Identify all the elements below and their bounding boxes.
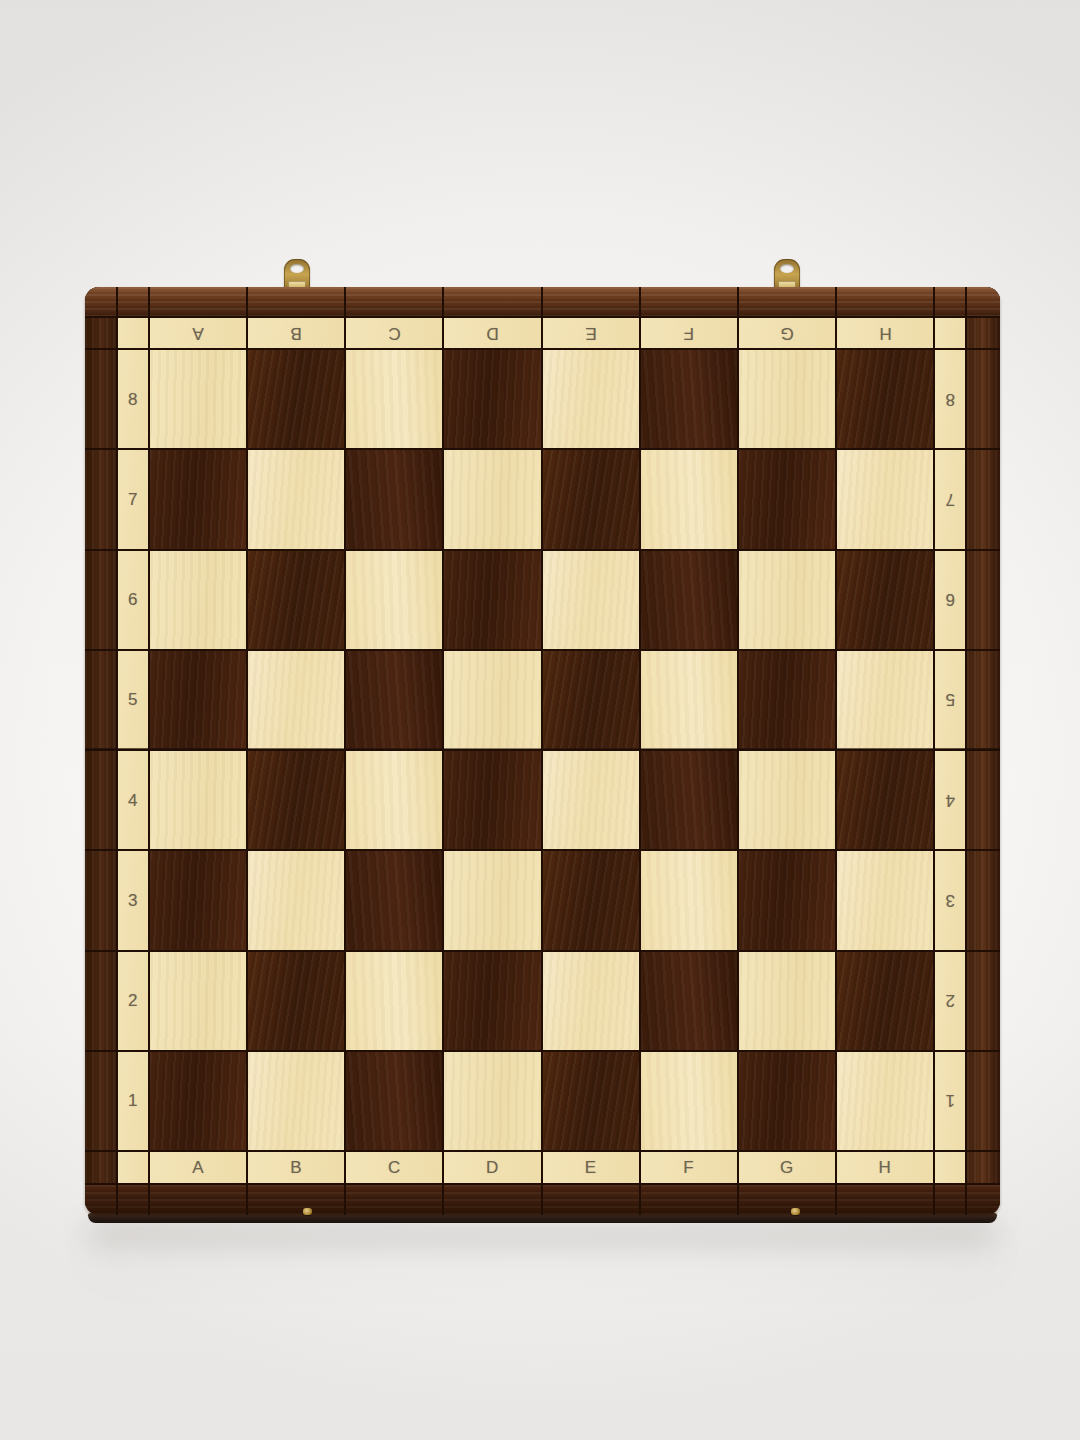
file-label-bottom-b-text: B: [290, 1159, 302, 1176]
file-label-top-f: F: [641, 318, 737, 348]
frame-cell: [85, 551, 116, 649]
square-d2: [444, 952, 540, 1050]
square-g8: [739, 350, 835, 448]
file-label-bottom-b: B: [248, 1152, 344, 1183]
frame-cell: [837, 287, 933, 316]
file-label-top-b-text: B: [290, 325, 302, 342]
fold-seam: [85, 748, 1000, 751]
rank-label-right-1: 1: [935, 1052, 965, 1150]
square-f5: [641, 651, 737, 749]
square-c8: [346, 350, 442, 448]
file-label-top-h-text: H: [879, 325, 892, 342]
frame-cell: [150, 1185, 246, 1215]
frame-cell: [967, 751, 1000, 849]
brass-pin-icon: [791, 1208, 800, 1215]
file-label-bottom-d-text: D: [486, 1159, 499, 1176]
rank-label-left-8: 8: [118, 350, 148, 448]
square-a8: [150, 350, 246, 448]
square-g1: [739, 1052, 835, 1150]
file-label-bottom-e: E: [543, 1152, 639, 1183]
rank-label-right-7: 7: [935, 450, 965, 548]
file-label-bottom-e-text: E: [585, 1159, 597, 1176]
file-label-top-c-text: C: [388, 325, 401, 342]
square-d7: [444, 450, 540, 548]
rank-label-right-1-text: 1: [945, 1092, 955, 1109]
brass-pin-icon: [303, 1208, 312, 1215]
file-label-top-e-text: E: [585, 325, 597, 342]
file-label-bottom-f: F: [641, 1152, 737, 1183]
rank-label-right-2: 2: [935, 952, 965, 1050]
frame-cell: [85, 952, 116, 1050]
square-d1: [444, 1052, 540, 1150]
rank-label-right-6-text: 6: [945, 591, 955, 608]
frame-cell: [85, 751, 116, 849]
rank-label-left-8-text: 8: [128, 391, 138, 408]
rank-label-left-7: 7: [118, 450, 148, 548]
square-h8: [837, 350, 933, 448]
square-f1: [641, 1052, 737, 1150]
square-c2: [346, 952, 442, 1050]
square-a4: [150, 751, 246, 849]
frame-cell: [248, 1185, 344, 1215]
frame-cell: [739, 287, 835, 316]
file-label-bottom-g-text: G: [780, 1159, 794, 1176]
file-label-bottom-h-text: H: [879, 1159, 892, 1176]
label-corner-cell: [935, 318, 965, 348]
file-label-top-h: H: [837, 318, 933, 348]
square-h1: [837, 1052, 933, 1150]
rank-label-right-8-text: 8: [945, 391, 955, 408]
square-h5: [837, 651, 933, 749]
frame-cell: [967, 287, 1000, 316]
file-label-top-d: D: [444, 318, 540, 348]
file-label-top-d-text: D: [486, 325, 499, 342]
square-a3: [150, 851, 246, 949]
file-label-bottom-c-text: C: [388, 1159, 401, 1176]
square-g3: [739, 851, 835, 949]
square-g7: [739, 450, 835, 548]
file-label-bottom-d: D: [444, 1152, 540, 1183]
frame-cell: [967, 651, 1000, 749]
rank-label-right-4-text: 4: [945, 792, 955, 809]
frame-cell: [150, 287, 246, 316]
frame-cell: [118, 287, 148, 316]
file-label-bottom-a-text: A: [192, 1159, 204, 1176]
frame-cell: [739, 1185, 835, 1215]
rank-label-right-7-text: 7: [945, 491, 955, 508]
square-f4: [641, 751, 737, 849]
square-a5: [150, 651, 246, 749]
square-d4: [444, 751, 540, 849]
frame-cell: [85, 1185, 116, 1215]
square-e1: [543, 1052, 639, 1150]
rank-label-left-3-text: 3: [128, 892, 138, 909]
square-a6: [150, 551, 246, 649]
square-c4: [346, 751, 442, 849]
square-f7: [641, 450, 737, 548]
frame-cell: [85, 287, 116, 316]
frame-cell: [967, 350, 1000, 448]
square-h6: [837, 551, 933, 649]
square-f2: [641, 952, 737, 1050]
square-f3: [641, 851, 737, 949]
frame-cell: [641, 1185, 737, 1215]
square-e2: [543, 952, 639, 1050]
square-e6: [543, 551, 639, 649]
square-b1: [248, 1052, 344, 1150]
file-label-bottom-h: H: [837, 1152, 933, 1183]
square-d3: [444, 851, 540, 949]
square-e8: [543, 350, 639, 448]
square-c5: [346, 651, 442, 749]
square-h2: [837, 952, 933, 1050]
frame-cell: [346, 287, 442, 316]
rank-label-left-6: 6: [118, 551, 148, 649]
rank-label-right-2-text: 2: [945, 992, 955, 1009]
frame-cell: [85, 450, 116, 548]
frame-cell: [967, 450, 1000, 548]
square-b3: [248, 851, 344, 949]
square-g5: [739, 651, 835, 749]
frame-cell: [967, 952, 1000, 1050]
square-g2: [739, 952, 835, 1050]
square-c3: [346, 851, 442, 949]
square-f6: [641, 551, 737, 649]
frame-cell: [967, 551, 1000, 649]
square-d8: [444, 350, 540, 448]
square-b7: [248, 450, 344, 548]
frame-cell: [444, 287, 540, 316]
square-c1: [346, 1052, 442, 1150]
rank-label-left-1-text: 1: [128, 1092, 138, 1109]
rank-label-left-4-text: 4: [128, 792, 138, 809]
frame-cell: [444, 1185, 540, 1215]
frame-cell: [248, 287, 344, 316]
frame-cell: [346, 1185, 442, 1215]
frame-cell: [935, 1185, 965, 1215]
rank-label-right-5-text: 5: [945, 691, 955, 708]
frame-cell: [85, 1152, 116, 1183]
square-b8: [248, 350, 344, 448]
square-a7: [150, 450, 246, 548]
frame-cell: [967, 851, 1000, 949]
frame-cell: [85, 1052, 116, 1150]
frame-cell: [967, 1152, 1000, 1183]
rank-label-left-4: 4: [118, 751, 148, 849]
frame-cell: [85, 851, 116, 949]
square-e3: [543, 851, 639, 949]
file-label-top-b: B: [248, 318, 344, 348]
square-b4: [248, 751, 344, 849]
square-a1: [150, 1052, 246, 1150]
rank-label-left-7-text: 7: [128, 491, 138, 508]
square-g6: [739, 551, 835, 649]
chess-board: ABCDEFGH8877665544332211ABCDEFGH: [85, 287, 1000, 1215]
file-label-top-a: A: [150, 318, 246, 348]
frame-cell: [543, 1185, 639, 1215]
rank-label-right-6: 6: [935, 551, 965, 649]
rank-label-left-1: 1: [118, 1052, 148, 1150]
photo-background: ABCDEFGH8877665544332211ABCDEFGH: [0, 0, 1080, 1440]
rank-label-left-2-text: 2: [128, 992, 138, 1009]
frame-cell: [85, 350, 116, 448]
square-c6: [346, 551, 442, 649]
label-corner-cell: [935, 1152, 965, 1183]
rank-label-left-6-text: 6: [128, 591, 138, 608]
frame-cell: [967, 318, 1000, 348]
file-label-bottom-f-text: F: [683, 1159, 694, 1176]
file-label-top-e: E: [543, 318, 639, 348]
file-label-top-g: G: [739, 318, 835, 348]
square-h3: [837, 851, 933, 949]
frame-cell: [967, 1185, 1000, 1215]
square-h4: [837, 751, 933, 849]
frame-cell: [837, 1185, 933, 1215]
rank-label-left-5-text: 5: [128, 691, 138, 708]
square-a2: [150, 952, 246, 1050]
square-f8: [641, 350, 737, 448]
square-e5: [543, 651, 639, 749]
square-b5: [248, 651, 344, 749]
rank-label-right-5: 5: [935, 651, 965, 749]
rank-label-left-2: 2: [118, 952, 148, 1050]
rank-label-right-8: 8: [935, 350, 965, 448]
file-label-top-c: C: [346, 318, 442, 348]
square-e7: [543, 450, 639, 548]
frame-cell: [641, 287, 737, 316]
file-label-top-g-text: G: [780, 325, 794, 342]
square-b6: [248, 551, 344, 649]
square-g4: [739, 751, 835, 849]
file-label-bottom-c: C: [346, 1152, 442, 1183]
frame-cell: [85, 651, 116, 749]
frame-cell: [85, 318, 116, 348]
rank-label-left-3: 3: [118, 851, 148, 949]
file-label-top-f-text: F: [683, 325, 694, 342]
rank-label-right-4: 4: [935, 751, 965, 849]
square-d5: [444, 651, 540, 749]
frame-cell: [543, 287, 639, 316]
file-label-bottom-a: A: [150, 1152, 246, 1183]
square-b2: [248, 952, 344, 1050]
label-corner-cell: [118, 1152, 148, 1183]
rank-label-right-3: 3: [935, 851, 965, 949]
rank-label-left-5: 5: [118, 651, 148, 749]
square-h7: [837, 450, 933, 548]
file-label-bottom-g: G: [739, 1152, 835, 1183]
square-d6: [444, 551, 540, 649]
file-label-top-a-text: A: [192, 325, 204, 342]
frame-cell: [118, 1185, 148, 1215]
label-corner-cell: [118, 318, 148, 348]
square-c7: [346, 450, 442, 548]
rank-label-right-3-text: 3: [945, 892, 955, 909]
square-e4: [543, 751, 639, 849]
frame-cell: [967, 1052, 1000, 1150]
frame-cell: [935, 287, 965, 316]
